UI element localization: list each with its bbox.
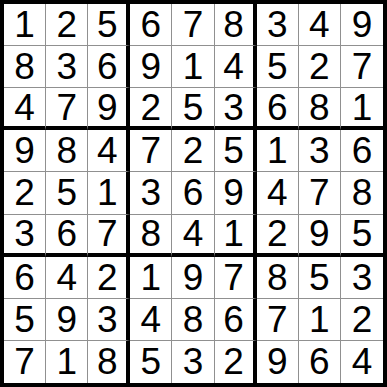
sudoku-cell-r7c7[interactable]: 8 xyxy=(257,257,299,299)
sudoku-cell-r5c9[interactable]: 8 xyxy=(341,172,383,214)
sudoku-cell-r9c5[interactable]: 3 xyxy=(172,341,214,383)
sudoku-board: 1256783498369145274792536819847251362513… xyxy=(0,0,387,387)
sudoku-cell-r1c8[interactable]: 4 xyxy=(299,4,341,46)
sudoku-cell-r1c6[interactable]: 8 xyxy=(215,4,257,46)
sudoku-cell-r1c9[interactable]: 9 xyxy=(341,4,383,46)
sudoku-cell-r6c3[interactable]: 7 xyxy=(88,215,130,257)
sudoku-cell-r2c6[interactable]: 4 xyxy=(215,46,257,88)
sudoku-cell-r8c2[interactable]: 9 xyxy=(46,299,88,341)
sudoku-cell-r8c4[interactable]: 4 xyxy=(130,299,172,341)
sudoku-cell-r1c4[interactable]: 6 xyxy=(130,4,172,46)
sudoku-cell-r3c4[interactable]: 2 xyxy=(130,88,172,130)
sudoku-cell-r3c1[interactable]: 4 xyxy=(4,88,46,130)
sudoku-cell-r4c7[interactable]: 1 xyxy=(257,130,299,172)
sudoku-cell-r7c8[interactable]: 5 xyxy=(299,257,341,299)
sudoku-cell-r5c3[interactable]: 1 xyxy=(88,172,130,214)
sudoku-cell-r2c2[interactable]: 3 xyxy=(46,46,88,88)
sudoku-cell-r2c4[interactable]: 9 xyxy=(130,46,172,88)
sudoku-cell-r1c7[interactable]: 3 xyxy=(257,4,299,46)
sudoku-cell-r3c7[interactable]: 6 xyxy=(257,88,299,130)
sudoku-cell-r7c2[interactable]: 4 xyxy=(46,257,88,299)
sudoku-cell-r2c3[interactable]: 6 xyxy=(88,46,130,88)
sudoku-cell-r7c6[interactable]: 7 xyxy=(215,257,257,299)
sudoku-cell-r4c8[interactable]: 3 xyxy=(299,130,341,172)
sudoku-cell-r6c8[interactable]: 9 xyxy=(299,215,341,257)
sudoku-cell-r7c1[interactable]: 6 xyxy=(4,257,46,299)
sudoku-cell-r1c1[interactable]: 1 xyxy=(4,4,46,46)
sudoku-cell-r5c5[interactable]: 6 xyxy=(172,172,214,214)
sudoku-cell-r3c6[interactable]: 3 xyxy=(215,88,257,130)
sudoku-cell-r3c3[interactable]: 9 xyxy=(88,88,130,130)
sudoku-cell-r6c2[interactable]: 6 xyxy=(46,215,88,257)
sudoku-cell-r6c7[interactable]: 2 xyxy=(257,215,299,257)
sudoku-cell-r8c8[interactable]: 1 xyxy=(299,299,341,341)
sudoku-cell-r5c4[interactable]: 3 xyxy=(130,172,172,214)
sudoku-cell-r8c3[interactable]: 3 xyxy=(88,299,130,341)
sudoku-cell-r2c7[interactable]: 5 xyxy=(257,46,299,88)
sudoku-cell-r4c3[interactable]: 4 xyxy=(88,130,130,172)
sudoku-cell-r4c2[interactable]: 8 xyxy=(46,130,88,172)
sudoku-cell-r2c9[interactable]: 7 xyxy=(341,46,383,88)
sudoku-cell-r8c1[interactable]: 5 xyxy=(4,299,46,341)
sudoku-cell-r3c5[interactable]: 5 xyxy=(172,88,214,130)
sudoku-cell-r7c9[interactable]: 3 xyxy=(341,257,383,299)
sudoku-cell-r9c3[interactable]: 8 xyxy=(88,341,130,383)
sudoku-cell-r6c5[interactable]: 4 xyxy=(172,215,214,257)
sudoku-cell-r9c8[interactable]: 6 xyxy=(299,341,341,383)
sudoku-cell-r4c4[interactable]: 7 xyxy=(130,130,172,172)
sudoku-cell-r8c6[interactable]: 6 xyxy=(215,299,257,341)
sudoku-cell-r6c4[interactable]: 8 xyxy=(130,215,172,257)
sudoku-cell-r5c1[interactable]: 2 xyxy=(4,172,46,214)
sudoku-cell-r6c1[interactable]: 3 xyxy=(4,215,46,257)
sudoku-cell-r4c1[interactable]: 9 xyxy=(4,130,46,172)
sudoku-cell-r4c9[interactable]: 6 xyxy=(341,130,383,172)
sudoku-cell-r5c6[interactable]: 9 xyxy=(215,172,257,214)
sudoku-cell-r8c9[interactable]: 2 xyxy=(341,299,383,341)
sudoku-cell-r6c6[interactable]: 1 xyxy=(215,215,257,257)
sudoku-cell-r4c6[interactable]: 5 xyxy=(215,130,257,172)
sudoku-cell-r7c3[interactable]: 2 xyxy=(88,257,130,299)
sudoku-cell-r9c7[interactable]: 9 xyxy=(257,341,299,383)
sudoku-cell-r7c5[interactable]: 9 xyxy=(172,257,214,299)
sudoku-cell-r2c8[interactable]: 2 xyxy=(299,46,341,88)
sudoku-cell-r5c7[interactable]: 4 xyxy=(257,172,299,214)
sudoku-cell-r8c5[interactable]: 8 xyxy=(172,299,214,341)
sudoku-cell-r5c2[interactable]: 5 xyxy=(46,172,88,214)
sudoku-cell-r1c2[interactable]: 2 xyxy=(46,4,88,46)
sudoku-cell-r9c6[interactable]: 2 xyxy=(215,341,257,383)
sudoku-cell-r2c1[interactable]: 8 xyxy=(4,46,46,88)
sudoku-cell-r3c2[interactable]: 7 xyxy=(46,88,88,130)
sudoku-cell-r2c5[interactable]: 1 xyxy=(172,46,214,88)
sudoku-cell-r8c7[interactable]: 7 xyxy=(257,299,299,341)
sudoku-cell-r9c2[interactable]: 1 xyxy=(46,341,88,383)
sudoku-cell-r1c3[interactable]: 5 xyxy=(88,4,130,46)
sudoku-cell-r4c5[interactable]: 2 xyxy=(172,130,214,172)
sudoku-cell-r3c8[interactable]: 8 xyxy=(299,88,341,130)
sudoku-cell-r3c9[interactable]: 1 xyxy=(341,88,383,130)
sudoku-cell-r9c4[interactable]: 5 xyxy=(130,341,172,383)
sudoku-cell-r9c9[interactable]: 4 xyxy=(341,341,383,383)
sudoku-cell-r6c9[interactable]: 5 xyxy=(341,215,383,257)
sudoku-cell-r5c8[interactable]: 7 xyxy=(299,172,341,214)
sudoku-cell-r1c5[interactable]: 7 xyxy=(172,4,214,46)
sudoku-cell-r7c4[interactable]: 1 xyxy=(130,257,172,299)
sudoku-cell-r9c1[interactable]: 7 xyxy=(4,341,46,383)
